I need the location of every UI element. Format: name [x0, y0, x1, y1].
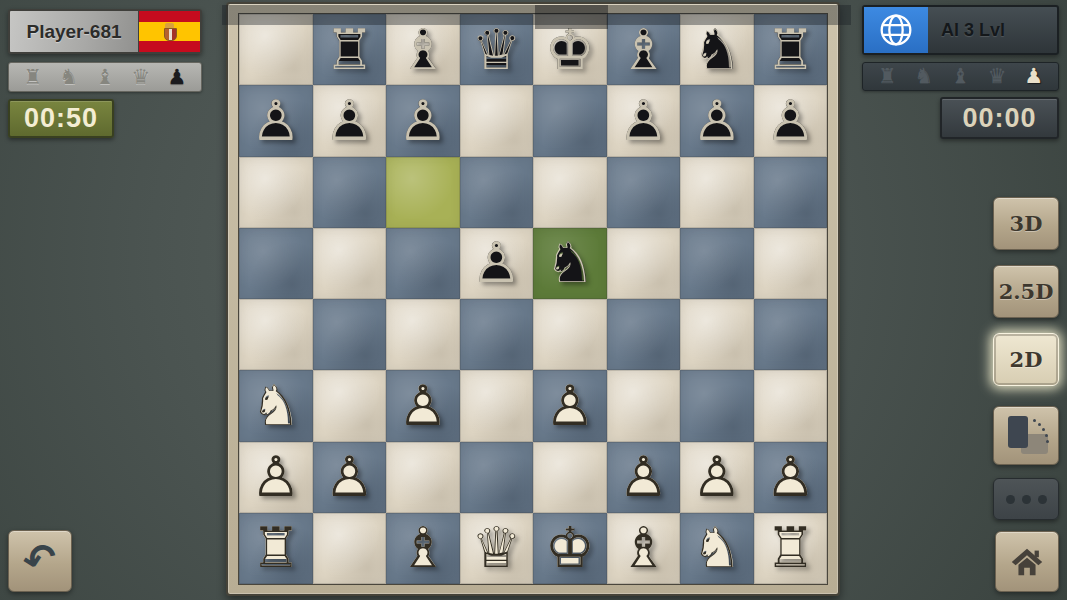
view-3d-label: 3D [1010, 211, 1043, 236]
undo-arrow-icon: ↶ [19, 536, 60, 582]
bishop-ghost-icon: ♝ [96, 67, 115, 88]
piece-white-bishop[interactable]: ♝♗ [607, 513, 681, 584]
square-b5[interactable] [313, 228, 387, 299]
square-b2[interactable]: ♟♙ [313, 442, 387, 513]
piece-white-rook[interactable]: ♜♖ [239, 513, 313, 584]
square-a4[interactable] [239, 299, 313, 370]
black-captured-tray: ♜♞♝♛♟ [862, 62, 1059, 91]
square-c4[interactable] [386, 299, 460, 370]
home-icon [1008, 543, 1046, 581]
square-a1[interactable]: ♜♖ [239, 513, 313, 584]
square-f4[interactable] [607, 299, 681, 370]
board-squares: ♜♖♝♗♛♕♚♔♝♗♞♘♜♖♟♙♟♙♟♙♟♙♟♙♟♙♟♙♞♘♞♘♟♙♟♙♟♙♟♙… [238, 13, 828, 585]
piece-black-pawn[interactable]: ♟♙ [680, 85, 754, 156]
square-g4[interactable] [680, 299, 754, 370]
white-captured-tray: ♜♞♝♛♟ [8, 62, 202, 92]
square-a2[interactable]: ♟♙ [239, 442, 313, 513]
piece-white-king[interactable]: ♚♔ [533, 513, 607, 584]
rook-ghost-icon: ♜ [24, 67, 43, 88]
square-f1[interactable]: ♝♗ [607, 513, 681, 584]
piece-white-pawn[interactable]: ♟♙ [607, 442, 681, 513]
white-clock: 00:50 [8, 99, 114, 138]
square-f6[interactable] [607, 157, 681, 228]
more-options-button[interactable] [993, 478, 1059, 520]
black-player-name: AI 3 Lvl [928, 20, 1005, 41]
white-player-plate: Player-681 [8, 9, 202, 54]
square-c6[interactable] [386, 157, 460, 228]
square-d4[interactable] [460, 299, 534, 370]
piece-white-bishop[interactable]: ♝♗ [386, 513, 460, 584]
piece-white-pawn[interactable]: ♟♙ [533, 370, 607, 441]
square-b1[interactable] [313, 513, 387, 584]
square-g3[interactable] [680, 370, 754, 441]
square-f3[interactable] [607, 370, 681, 441]
piece-white-pawn[interactable]: ♟♙ [386, 370, 460, 441]
piece-black-pawn[interactable]: ♟♙ [607, 85, 681, 156]
square-e5[interactable]: ♞♘ [533, 228, 607, 299]
view-2-5d-button[interactable]: 2.5D [993, 265, 1059, 318]
square-h4[interactable] [754, 299, 828, 370]
square-d3[interactable] [460, 370, 534, 441]
knight-ghost-icon: ♞ [914, 66, 933, 87]
square-e4[interactable] [533, 299, 607, 370]
spain-flag-icon [138, 11, 200, 52]
captured-white-pawn-icon: ♟ [1024, 66, 1043, 87]
square-g5[interactable] [680, 228, 754, 299]
square-h6[interactable] [754, 157, 828, 228]
square-h7[interactable]: ♟♙ [754, 85, 828, 156]
square-g2[interactable]: ♟♙ [680, 442, 754, 513]
piece-black-pawn[interactable]: ♟♙ [754, 85, 828, 156]
queen-ghost-icon: ♛ [988, 66, 1007, 87]
white-player-name: Player-681 [10, 21, 138, 43]
piece-white-rook[interactable]: ♜♖ [754, 513, 828, 584]
piece-black-knight[interactable]: ♞♘ [533, 228, 607, 299]
flag-emblem [163, 23, 176, 40]
piece-white-pawn[interactable]: ♟♙ [313, 442, 387, 513]
black-player-plate: AI 3 Lvl [862, 5, 1059, 55]
square-b7[interactable]: ♟♙ [313, 85, 387, 156]
square-g1[interactable]: ♞♘ [680, 513, 754, 584]
piece-black-pawn[interactable]: ♟♙ [313, 85, 387, 156]
chess-board: ♜♖♝♗♛♕♚♔♝♗♞♘♜♖♟♙♟♙♟♙♟♙♟♙♟♙♟♙♞♘♞♘♟♙♟♙♟♙♟♙… [226, 2, 840, 596]
square-h3[interactable] [754, 370, 828, 441]
square-d7[interactable] [460, 85, 534, 156]
square-g7[interactable]: ♟♙ [680, 85, 754, 156]
bishop-ghost-icon: ♝ [951, 66, 970, 87]
square-c3[interactable]: ♟♙ [386, 370, 460, 441]
square-h5[interactable] [754, 228, 828, 299]
piece-white-knight[interactable]: ♞♘ [680, 513, 754, 584]
square-d1[interactable]: ♛♕ [460, 513, 534, 584]
square-b6[interactable] [313, 157, 387, 228]
view-2d-button-selected[interactable]: 2D [993, 333, 1059, 386]
piece-black-pawn[interactable]: ♟♙ [386, 85, 460, 156]
square-e3[interactable]: ♟♙ [533, 370, 607, 441]
square-b3[interactable] [313, 370, 387, 441]
square-f5[interactable] [607, 228, 681, 299]
square-f2[interactable]: ♟♙ [607, 442, 681, 513]
piece-white-queen[interactable]: ♛♕ [460, 513, 534, 584]
black-clock: 00:00 [940, 97, 1059, 139]
piece-white-pawn[interactable]: ♟♙ [680, 442, 754, 513]
square-a5[interactable] [239, 228, 313, 299]
chess-app: ♜♖♝♗♛♕♚♔♝♗♞♘♜♖♟♙♟♙♟♙♟♙♟♙♟♙♟♙♞♘♞♘♟♙♟♙♟♙♟♙… [0, 0, 1067, 600]
square-d2[interactable] [460, 442, 534, 513]
square-a7[interactable]: ♟♙ [239, 85, 313, 156]
piece-black-pawn[interactable]: ♟♙ [239, 85, 313, 156]
square-g6[interactable] [680, 157, 754, 228]
globe-icon [864, 7, 928, 53]
square-c7[interactable]: ♟♙ [386, 85, 460, 156]
piece-white-pawn[interactable]: ♟♙ [754, 442, 828, 513]
square-d5[interactable]: ♟♙ [460, 228, 534, 299]
square-e7[interactable] [533, 85, 607, 156]
view-3d-button[interactable]: 3D [993, 197, 1059, 250]
flip-board-button[interactable] [993, 406, 1059, 465]
piece-black-pawn[interactable]: ♟♙ [460, 228, 534, 299]
undo-button[interactable]: ↶ [8, 530, 72, 592]
rotate-board-icon [994, 407, 1058, 464]
home-button[interactable] [995, 531, 1059, 592]
square-b4[interactable] [313, 299, 387, 370]
square-d6[interactable] [460, 157, 534, 228]
square-h1[interactable]: ♜♖ [754, 513, 828, 584]
rook-ghost-icon: ♜ [878, 66, 897, 87]
square-c2[interactable] [386, 442, 460, 513]
piece-white-pawn[interactable]: ♟♙ [239, 442, 313, 513]
square-f7[interactable]: ♟♙ [607, 85, 681, 156]
square-a3[interactable]: ♞♘ [239, 370, 313, 441]
king-square-shadow [535, 5, 608, 29]
square-h2[interactable]: ♟♙ [754, 442, 828, 513]
ellipsis-icon [1006, 495, 1015, 504]
square-a6[interactable] [239, 157, 313, 228]
knight-ghost-icon: ♞ [60, 67, 79, 88]
view-2-5d-label: 2.5D [999, 279, 1054, 304]
square-e1[interactable]: ♚♔ [533, 513, 607, 584]
captured-black-pawn-icon: ♟ [168, 67, 187, 88]
square-c5[interactable] [386, 228, 460, 299]
square-e2[interactable] [533, 442, 607, 513]
piece-white-knight[interactable]: ♞♘ [239, 370, 313, 441]
view-2d-label: 2D [1010, 347, 1043, 372]
queen-ghost-icon: ♛ [132, 67, 151, 88]
square-c1[interactable]: ♝♗ [386, 513, 460, 584]
square-e6[interactable] [533, 157, 607, 228]
